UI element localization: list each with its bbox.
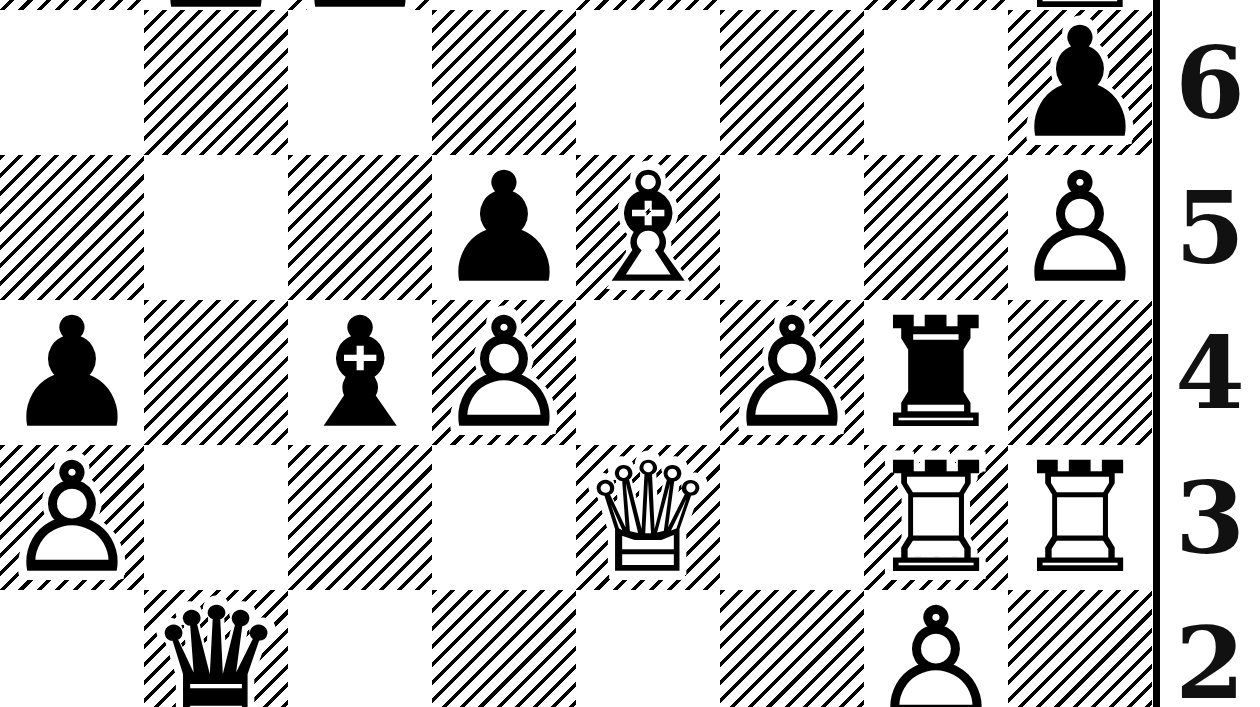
square-e6: [576, 10, 720, 155]
square-e7: [576, 0, 720, 10]
white-bishop-halo: ♝: [569, 148, 727, 308]
black-pawn-halo: ♟: [1001, 3, 1159, 163]
square-c3: [288, 445, 432, 590]
rank-label-2: 2: [1160, 590, 1260, 707]
square-a6: [0, 10, 144, 155]
square-c7: ♟♙: [288, 0, 432, 10]
square-a2: [0, 590, 144, 707]
black-queen-icon: ♛: [144, 590, 288, 707]
black-rook-icon: ♜: [864, 300, 1008, 445]
white-pawn-halo: ♟: [0, 438, 151, 598]
black-pawn-halo: ♟: [425, 148, 583, 308]
square-e4: [576, 300, 720, 445]
square-b5: [144, 155, 288, 300]
square-b7: ♟♟: [144, 0, 288, 10]
square-d4: ♟♙: [432, 300, 576, 445]
square-c4: ♝♝: [288, 300, 432, 445]
square-f6: [720, 10, 864, 155]
white-rook-icon: ♖: [1008, 445, 1152, 590]
white-pawn-halo: ♟: [425, 293, 583, 453]
square-g6: [864, 10, 1008, 155]
square-g2: ♟♙: [864, 590, 1008, 707]
white-pawn-icon: ♙: [432, 300, 576, 445]
white-pawn-halo: ♟: [713, 293, 871, 453]
black-bishop-icon: ♝: [288, 300, 432, 445]
square-c5: [288, 155, 432, 300]
square-f2: [720, 590, 864, 707]
rank-label-4: 4: [1160, 300, 1260, 445]
black-rook-halo: ♜: [857, 293, 1015, 453]
chess-board: ♟♟♟♙♜♜♟♟♟♟♝♗♟♙♟♟♝♝♟♙♟♙♜♜♟♙♛♕♜♖♜♖♛♛♟♙: [0, 0, 1152, 707]
square-c6: [288, 10, 432, 155]
square-e5: ♝♗: [576, 155, 720, 300]
black-pawn-halo: ♟: [0, 293, 151, 453]
square-a4: ♟♟: [0, 300, 144, 445]
square-h5: ♟♙: [1008, 155, 1152, 300]
square-g5: [864, 155, 1008, 300]
square-g7: [864, 0, 1008, 10]
white-pawn-halo: ♟: [857, 583, 1015, 707]
white-pawn-icon: ♙: [720, 300, 864, 445]
rank-label-6: 6: [1160, 10, 1260, 155]
white-pawn-icon: ♙: [0, 445, 144, 590]
square-a3: ♟♙: [0, 445, 144, 590]
white-rook-icon: ♖: [864, 445, 1008, 590]
square-h6: ♟♟: [1008, 10, 1152, 155]
white-pawn-icon: ♙: [1008, 155, 1152, 300]
square-h7: ♜♜: [1008, 0, 1152, 10]
black-pawn-icon: ♟: [432, 155, 576, 300]
white-pawn-icon: ♙: [864, 590, 1008, 707]
square-e3: ♛♕: [576, 445, 720, 590]
white-rook-halo: ♜: [1001, 438, 1159, 598]
white-pawn-halo: ♟: [1001, 148, 1159, 308]
square-b2: ♛♛: [144, 590, 288, 707]
square-f4: ♟♙: [720, 300, 864, 445]
white-rook-halo: ♜: [857, 438, 1015, 598]
square-g3: ♜♖: [864, 445, 1008, 590]
chess-diagram: ♟♟♟♙♜♜♟♟♟♟♝♗♟♙♟♟♝♝♟♙♟♙♜♜♟♙♛♕♜♖♜♖♛♛♟♙ 6 5…: [0, 0, 1260, 707]
square-e2: [576, 590, 720, 707]
square-d7: [432, 0, 576, 10]
square-a5: [0, 155, 144, 300]
square-d3: [432, 445, 576, 590]
square-c2: [288, 590, 432, 707]
square-f3: [720, 445, 864, 590]
square-h3: ♜♖: [1008, 445, 1152, 590]
square-b6: [144, 10, 288, 155]
black-pawn-icon: ♟: [1008, 10, 1152, 155]
square-h2: [1008, 590, 1152, 707]
black-queen-halo: ♛: [137, 583, 295, 707]
square-f7: [720, 0, 864, 10]
board-right-border: [1153, 0, 1160, 707]
square-a7: [0, 0, 144, 10]
square-g4: ♜♜: [864, 300, 1008, 445]
square-b4: [144, 300, 288, 445]
square-d6: [432, 10, 576, 155]
white-bishop-icon: ♗: [576, 155, 720, 300]
black-bishop-halo: ♝: [281, 293, 439, 453]
rank-label-3: 3: [1160, 445, 1260, 590]
square-h4: [1008, 300, 1152, 445]
square-d5: ♟♟: [432, 155, 576, 300]
rank-label-5: 5: [1160, 155, 1260, 300]
white-queen-halo: ♛: [569, 438, 727, 598]
square-d2: [432, 590, 576, 707]
rank-label-column: 6 5 4 3 2: [1160, 0, 1260, 707]
white-queen-icon: ♕: [576, 445, 720, 590]
square-b3: [144, 445, 288, 590]
black-pawn-icon: ♟: [0, 300, 144, 445]
square-f5: [720, 155, 864, 300]
